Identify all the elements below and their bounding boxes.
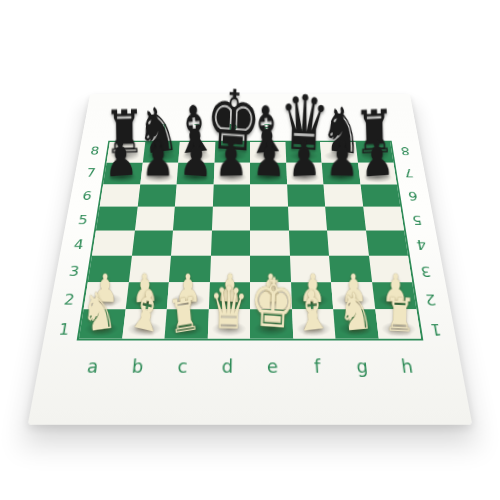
square-a6[interactable]	[100, 184, 140, 207]
rank-label-right-7: 7	[397, 166, 422, 179]
square-d5[interactable]	[211, 207, 250, 231]
piece-black-pawn-d7[interactable]: ♟	[214, 134, 248, 184]
file-label-g: g	[338, 349, 386, 384]
square-c6[interactable]	[175, 184, 213, 207]
square-e7[interactable]: ♟	[250, 163, 287, 185]
file-label-top-b: b	[143, 117, 180, 139]
rank-label-right-3: 3	[412, 263, 440, 279]
rank-label-1: 1	[49, 320, 79, 338]
square-g4[interactable]	[327, 231, 368, 256]
square-c4[interactable]	[171, 231, 211, 256]
file-label-h: h	[383, 349, 433, 384]
file-labels-top: abcdefgh	[107, 117, 393, 139]
file-label-top-h: h	[355, 117, 393, 139]
rank-label-5: 5	[70, 212, 96, 227]
square-f4[interactable]	[289, 231, 329, 256]
square-b7[interactable]: ♟	[140, 163, 178, 185]
piece-white-knight-a1[interactable]: ♞	[79, 283, 118, 340]
file-label-a: a	[68, 349, 118, 384]
file-label-e: e	[250, 349, 296, 384]
chess-mat: abcdefgh abcdefgh 87654321 87654321 ♜♞♝♚…	[28, 94, 473, 425]
rank-label-right-1: 1	[421, 320, 451, 338]
square-e4[interactable]	[250, 231, 289, 256]
square-e6[interactable]	[250, 184, 288, 207]
square-g6[interactable]	[323, 184, 362, 207]
square-e5[interactable]	[250, 207, 289, 231]
file-label-d: d	[204, 349, 250, 384]
square-h1[interactable]: ♜	[375, 309, 421, 338]
square-f7[interactable]: ♟	[286, 163, 324, 185]
rank-label-right-6: 6	[400, 189, 426, 203]
rank-label-right-5: 5	[404, 212, 430, 227]
square-g7[interactable]: ♟	[322, 163, 360, 185]
file-label-top-a: a	[107, 117, 145, 139]
file-label-top-g: g	[320, 117, 357, 139]
square-a7[interactable]: ♟	[103, 163, 142, 185]
square-f5[interactable]	[288, 207, 327, 231]
rank-label-right-4: 4	[408, 237, 435, 252]
square-b4[interactable]	[132, 231, 173, 256]
piece-black-pawn-g7[interactable]: ♟	[325, 134, 359, 184]
square-h6[interactable]	[360, 184, 400, 207]
square-h4[interactable]	[366, 231, 408, 256]
piece-white-rook-c1[interactable]: ♜	[166, 289, 201, 340]
file-label-top-d: d	[214, 117, 250, 139]
square-d7[interactable]: ♟	[213, 163, 250, 185]
square-g5[interactable]	[325, 207, 365, 231]
piece-white-king-e1[interactable]: ♚	[248, 268, 297, 340]
square-b1[interactable]: ♝	[122, 309, 167, 338]
square-a4[interactable]	[92, 231, 134, 256]
file-label-top-e: e	[250, 117, 286, 139]
piece-black-pawn-b7[interactable]: ♟	[142, 134, 175, 183]
rank-label-4: 4	[65, 237, 92, 252]
square-c1[interactable]: ♜	[165, 309, 209, 338]
file-label-b: b	[113, 349, 161, 384]
square-d6[interactable]	[212, 184, 250, 207]
file-label-top-f: f	[285, 117, 322, 139]
rank-label-right-8: 8	[393, 145, 417, 158]
chess-set-photo: abcdefgh abcdefgh 87654321 87654321 ♜♞♝♚…	[0, 0, 500, 500]
piece-black-pawn-h7[interactable]: ♟	[360, 133, 395, 185]
piece-black-pawn-e7[interactable]: ♟	[252, 133, 287, 184]
piece-white-rook-h1[interactable]: ♜	[384, 290, 417, 338]
rank-label-7: 7	[78, 166, 103, 179]
piece-white-queen-d1[interactable]: ♛	[209, 278, 249, 338]
piece-black-pawn-a7[interactable]: ♟	[103, 133, 138, 185]
square-e1[interactable]: ♚	[250, 309, 293, 338]
file-labels-bottom: abcdefgh	[68, 349, 433, 384]
file-label-top-c: c	[178, 117, 215, 139]
square-f1[interactable]: ♝	[292, 309, 336, 338]
square-g1[interactable]: ♞	[333, 309, 378, 338]
file-label-f: f	[294, 349, 341, 384]
file-label-c: c	[159, 349, 206, 384]
piece-white-bishop-f1[interactable]: ♝	[292, 281, 332, 340]
chess-board: ♜♞♝♚♝♛♞♜♟♟♟♟♟♟♟♟♟♟♟♟♟♟♟♟♞♝♜♛♚♝♞♜	[77, 141, 424, 341]
rank-label-3: 3	[60, 263, 88, 279]
square-c5[interactable]	[173, 207, 212, 231]
square-h7[interactable]: ♟	[358, 163, 397, 185]
piece-black-pawn-c7[interactable]: ♟	[178, 133, 213, 185]
square-b6[interactable]	[137, 184, 176, 207]
square-d4[interactable]	[211, 231, 250, 256]
piece-white-knight-g1[interactable]: ♞	[337, 284, 375, 339]
piece-black-pawn-f7[interactable]: ♟	[287, 133, 322, 184]
square-a1[interactable]: ♞	[79, 309, 125, 338]
square-a5[interactable]	[96, 207, 137, 231]
piece-white-bishop-b1[interactable]: ♝	[125, 279, 168, 341]
square-b5[interactable]	[134, 207, 174, 231]
square-h5[interactable]	[363, 207, 404, 231]
square-f6[interactable]	[287, 184, 325, 207]
square-c7[interactable]: ♟	[177, 163, 215, 185]
rank-label-6: 6	[74, 189, 100, 203]
rank-label-right-2: 2	[416, 291, 445, 308]
square-d1[interactable]: ♛	[207, 309, 250, 338]
